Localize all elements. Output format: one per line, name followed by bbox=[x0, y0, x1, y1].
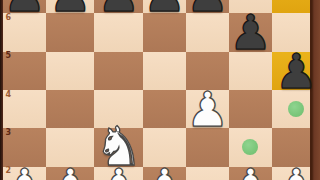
square-f2[interactable]: ♟ bbox=[229, 167, 272, 180]
square-c2[interactable]: ♟ bbox=[94, 167, 142, 180]
rank-label-4: 4 bbox=[6, 91, 12, 99]
rank-label-2: 2 bbox=[6, 167, 12, 175]
hint-dot-f3[interactable] bbox=[242, 139, 258, 155]
square-g5[interactable]: ♟ bbox=[272, 52, 320, 90]
black-pawn-b7[interactable]: ♟ bbox=[49, 0, 92, 13]
square-b7[interactable]: ♟ bbox=[46, 0, 94, 13]
white-pawn-g2[interactable]: ♟ bbox=[275, 167, 318, 180]
square-a5[interactable]: 5 bbox=[3, 52, 46, 90]
black-pawn-d7[interactable]: ♟ bbox=[143, 0, 186, 13]
white-pawn-d2[interactable]: ♟ bbox=[143, 167, 186, 180]
square-a4[interactable]: 4 bbox=[3, 90, 46, 128]
square-d7[interactable]: ♟ bbox=[143, 0, 186, 13]
square-e7[interactable]: ♟ bbox=[186, 0, 229, 13]
square-a7[interactable]: 7♟ bbox=[3, 0, 46, 13]
black-pawn-e7[interactable]: ♟ bbox=[186, 0, 229, 13]
square-d5[interactable] bbox=[143, 52, 186, 90]
square-b5[interactable] bbox=[46, 52, 94, 90]
square-b4[interactable] bbox=[46, 90, 94, 128]
black-pawn-c7[interactable]: ♟ bbox=[97, 0, 140, 13]
white-pawn-e4[interactable]: ♟ bbox=[186, 90, 229, 128]
white-pawn-c2[interactable]: ♟ bbox=[97, 167, 140, 180]
square-d4[interactable] bbox=[143, 90, 186, 128]
rank-label-6: 6 bbox=[6, 14, 12, 22]
black-pawn-f6[interactable]: ♟ bbox=[229, 13, 272, 51]
rank-label-3: 3 bbox=[6, 129, 12, 137]
white-pawn-f2[interactable]: ♟ bbox=[229, 167, 272, 180]
board-frame-left bbox=[0, 0, 3, 180]
square-c5[interactable] bbox=[94, 52, 142, 90]
square-c7[interactable]: ♟ bbox=[94, 0, 142, 13]
black-pawn-g5[interactable]: ♟ bbox=[275, 52, 318, 90]
square-d2[interactable]: ♟ bbox=[143, 167, 186, 180]
square-a2[interactable]: 2♟ bbox=[3, 167, 46, 180]
black-pawn-a7[interactable]: ♟ bbox=[3, 0, 46, 13]
square-b2[interactable]: ♟ bbox=[46, 167, 94, 180]
chessboard: 8♜♞♝♛♚♝♞♜7♟♟♟♟♟♟6♟5♟4♟3♞2♟♟♟♟♟♟♟1♜♝♛♚♝♞♜ bbox=[3, 0, 310, 180]
chessboard-viewport: 8♜♞♝♛♚♝♞♜7♟♟♟♟♟♟6♟5♟4♟3♞2♟♟♟♟♟♟♟1♜♝♛♚♝♞♜ bbox=[0, 0, 320, 180]
square-g2[interactable]: ♟ bbox=[272, 167, 320, 180]
square-e2[interactable] bbox=[186, 167, 229, 180]
rank-label-5: 5 bbox=[6, 52, 12, 60]
white-pawn-b2[interactable]: ♟ bbox=[49, 167, 92, 180]
square-f6[interactable]: ♟ bbox=[229, 13, 272, 51]
square-f4[interactable] bbox=[229, 90, 272, 128]
square-e4[interactable]: ♟ bbox=[186, 90, 229, 128]
hint-dot-g4[interactable] bbox=[288, 101, 304, 117]
